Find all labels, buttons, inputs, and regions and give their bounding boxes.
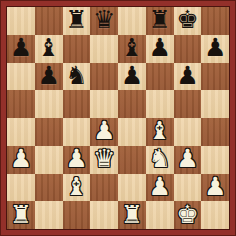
square-a3[interactable]: ♟ (7, 146, 35, 174)
piece-white-pawn: ♟ (204, 174, 226, 199)
square-f4[interactable]: ♝ (146, 118, 174, 146)
square-h6[interactable] (201, 63, 229, 91)
square-e1[interactable]: ♜ (118, 201, 146, 229)
square-d6[interactable] (90, 63, 118, 91)
board-frame: ♜♛♜♚♟♝♝♟♟♟♞♟♟♟♝♟♟♛♞♟♝♟♟♜♜♚ (0, 0, 236, 236)
square-b1[interactable] (35, 201, 63, 229)
square-h5[interactable] (201, 90, 229, 118)
square-e6[interactable]: ♟ (118, 63, 146, 91)
square-b4[interactable] (35, 118, 63, 146)
piece-white-pawn: ♟ (10, 146, 32, 171)
square-a7[interactable]: ♟ (7, 35, 35, 63)
square-c8[interactable]: ♜ (63, 7, 91, 35)
piece-white-bishop: ♝ (65, 174, 87, 199)
square-d1[interactable] (90, 201, 118, 229)
square-a1[interactable]: ♜ (7, 201, 35, 229)
square-f2[interactable]: ♟ (146, 174, 174, 202)
square-a2[interactable] (7, 174, 35, 202)
square-d5[interactable] (90, 90, 118, 118)
square-g4[interactable] (174, 118, 202, 146)
piece-black-rook: ♜ (65, 7, 87, 32)
square-b6[interactable]: ♟ (35, 63, 63, 91)
piece-white-rook: ♜ (10, 202, 32, 227)
square-g1[interactable]: ♚ (174, 201, 202, 229)
piece-black-king: ♚ (176, 7, 198, 32)
piece-black-pawn: ♟ (10, 35, 32, 60)
piece-white-king: ♚ (176, 202, 198, 227)
square-h2[interactable]: ♟ (201, 174, 229, 202)
chess-board: ♜♛♜♚♟♝♝♟♟♟♞♟♟♟♝♟♟♛♞♟♝♟♟♜♜♚ (7, 7, 229, 229)
piece-black-pawn: ♟ (148, 35, 170, 60)
piece-black-pawn: ♟ (176, 63, 198, 88)
piece-black-queen: ♛ (93, 7, 115, 32)
square-e3[interactable] (118, 146, 146, 174)
square-c7[interactable] (63, 35, 91, 63)
square-e5[interactable] (118, 90, 146, 118)
square-f3[interactable]: ♞ (146, 146, 174, 174)
piece-black-pawn: ♟ (204, 35, 226, 60)
square-g2[interactable] (174, 174, 202, 202)
square-g7[interactable] (174, 35, 202, 63)
piece-black-knight: ♞ (65, 63, 87, 88)
square-e2[interactable] (118, 174, 146, 202)
piece-black-pawn: ♟ (121, 63, 143, 88)
square-d3[interactable]: ♛ (90, 146, 118, 174)
square-f7[interactable]: ♟ (146, 35, 174, 63)
piece-white-pawn: ♟ (176, 146, 198, 171)
piece-white-pawn: ♟ (65, 146, 87, 171)
square-g6[interactable]: ♟ (174, 63, 202, 91)
square-a6[interactable] (7, 63, 35, 91)
piece-white-knight: ♞ (148, 146, 170, 171)
square-h1[interactable] (201, 201, 229, 229)
square-c5[interactable] (63, 90, 91, 118)
square-g8[interactable]: ♚ (174, 7, 202, 35)
square-h8[interactable] (201, 7, 229, 35)
piece-white-bishop: ♝ (148, 118, 170, 143)
square-d7[interactable] (90, 35, 118, 63)
square-f6[interactable] (146, 63, 174, 91)
square-d8[interactable]: ♛ (90, 7, 118, 35)
piece-black-pawn: ♟ (37, 63, 59, 88)
square-b3[interactable] (35, 146, 63, 174)
square-c2[interactable]: ♝ (63, 174, 91, 202)
square-g3[interactable]: ♟ (174, 146, 202, 174)
square-e4[interactable] (118, 118, 146, 146)
piece-white-pawn: ♟ (93, 118, 115, 143)
square-f8[interactable]: ♜ (146, 7, 174, 35)
square-h7[interactable]: ♟ (201, 35, 229, 63)
square-g5[interactable] (174, 90, 202, 118)
square-b7[interactable]: ♝ (35, 35, 63, 63)
square-f1[interactable] (146, 201, 174, 229)
square-b2[interactable] (35, 174, 63, 202)
square-h4[interactable] (201, 118, 229, 146)
square-d4[interactable]: ♟ (90, 118, 118, 146)
square-a4[interactable] (7, 118, 35, 146)
piece-white-queen: ♛ (93, 146, 115, 171)
square-a5[interactable] (7, 90, 35, 118)
piece-black-bishop: ♝ (37, 35, 59, 60)
piece-white-pawn: ♟ (148, 174, 170, 199)
piece-white-rook: ♜ (121, 202, 143, 227)
square-c1[interactable] (63, 201, 91, 229)
square-d2[interactable] (90, 174, 118, 202)
square-c3[interactable]: ♟ (63, 146, 91, 174)
square-h3[interactable] (201, 146, 229, 174)
piece-black-bishop: ♝ (121, 35, 143, 60)
square-c6[interactable]: ♞ (63, 63, 91, 91)
square-e8[interactable] (118, 7, 146, 35)
square-a8[interactable] (7, 7, 35, 35)
square-b5[interactable] (35, 90, 63, 118)
square-e7[interactable]: ♝ (118, 35, 146, 63)
square-c4[interactable] (63, 118, 91, 146)
piece-black-rook: ♜ (148, 7, 170, 32)
square-f5[interactable] (146, 90, 174, 118)
square-b8[interactable] (35, 7, 63, 35)
